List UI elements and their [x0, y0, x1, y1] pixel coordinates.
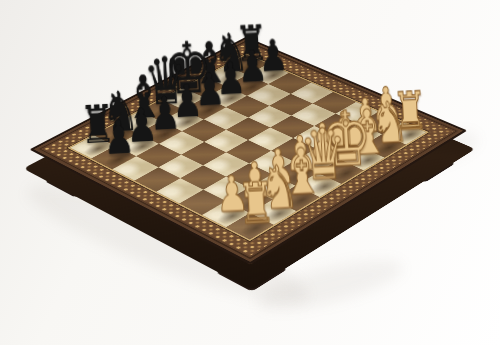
- chess-board: ♜♞♝♛♚♝♞♜♟♟♟♟♟♟♟♟♟♟♟♟♟♟♟♟♜♞♝♛♚♝♞♜: [85, 0, 411, 303]
- piece-white-rook[interactable]: ♜: [216, 175, 295, 232]
- photo-background: ♜♞♝♛♚♝♞♜♟♟♟♟♟♟♟♟♟♟♟♟♟♟♟♟♜♞♝♛♚♝♞♜: [0, 0, 500, 345]
- piece-black-pawn[interactable]: ♟: [82, 115, 156, 163]
